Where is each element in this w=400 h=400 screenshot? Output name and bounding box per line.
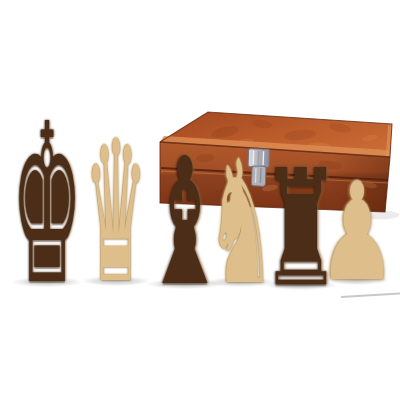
wooden-box	[0, 0, 400, 400]
product-photo: ♚♛♝♞♜♟	[0, 0, 400, 400]
